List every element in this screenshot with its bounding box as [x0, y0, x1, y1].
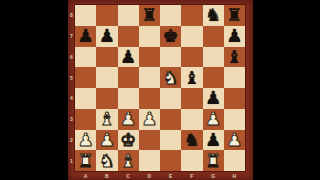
- white-knight: ♞: [163, 68, 179, 86]
- white-rook: ♜: [78, 151, 94, 169]
- rank-labels: 8 7 6 5 4 3 2 1: [68, 5, 75, 171]
- square-g3[interactable]: ♟: [203, 109, 224, 130]
- square-f7[interactable]: [181, 26, 202, 47]
- white-pawn: ♟: [205, 110, 221, 128]
- rank-label: 4: [68, 88, 75, 109]
- square-e8[interactable]: [160, 5, 181, 26]
- square-g1[interactable]: ♜: [203, 150, 224, 171]
- square-c3[interactable]: ♟: [118, 109, 139, 130]
- square-g5[interactable]: [203, 67, 224, 88]
- black-pawn: ♟: [78, 27, 94, 45]
- square-f6[interactable]: [181, 47, 202, 68]
- rank-label: 6: [68, 47, 75, 68]
- square-g8[interactable]: ♞: [203, 5, 224, 26]
- white-bishop: ♝: [99, 110, 115, 128]
- square-d4[interactable]: [139, 88, 160, 109]
- black-pawn: ♟: [205, 130, 221, 148]
- square-b3[interactable]: ♝: [96, 109, 117, 130]
- black-rook: ♜: [141, 6, 157, 24]
- square-f3[interactable]: [181, 109, 202, 130]
- square-f1[interactable]: [181, 150, 202, 171]
- rank-label: 3: [68, 109, 75, 130]
- rank-label: 8: [68, 5, 75, 26]
- rank-label: 5: [68, 67, 75, 88]
- file-label: C: [118, 171, 139, 180]
- file-label: E: [160, 171, 181, 180]
- white-pawn: ♟: [99, 130, 115, 148]
- square-f5[interactable]: ♝: [181, 67, 202, 88]
- square-h1[interactable]: [224, 150, 245, 171]
- square-h3[interactable]: [224, 109, 245, 130]
- square-g4[interactable]: ♟: [203, 88, 224, 109]
- square-a2[interactable]: ♟: [75, 130, 96, 151]
- rank-label: 1: [68, 150, 75, 171]
- square-c4[interactable]: [118, 88, 139, 109]
- square-b5[interactable]: [96, 67, 117, 88]
- square-h2[interactable]: ♟: [224, 130, 245, 151]
- square-d1[interactable]: [139, 150, 160, 171]
- black-pawn: ♟: [205, 89, 221, 107]
- square-c7[interactable]: [118, 26, 139, 47]
- square-f2[interactable]: ♞: [181, 130, 202, 151]
- square-a8[interactable]: [75, 5, 96, 26]
- square-f4[interactable]: [181, 88, 202, 109]
- square-f8[interactable]: [181, 5, 202, 26]
- square-h4[interactable]: [224, 88, 245, 109]
- white-bishop: ♝: [120, 151, 136, 169]
- white-pawn: ♟: [78, 130, 94, 148]
- square-d8[interactable]: ♜: [139, 5, 160, 26]
- square-a5[interactable]: [75, 67, 96, 88]
- black-knight: ♞: [184, 130, 200, 148]
- square-e4[interactable]: [160, 88, 181, 109]
- chess-screenshot: 8 7 6 5 4 3 2 1 ♜♞♜♟♟♚♟♟♝♞♝♟♝♟♟♟♟♟♚♞♟♟♜♞…: [0, 0, 320, 180]
- rank-label: 7: [68, 26, 75, 47]
- square-a1[interactable]: ♜: [75, 150, 96, 171]
- square-e1[interactable]: [160, 150, 181, 171]
- square-h7[interactable]: ♟: [224, 26, 245, 47]
- square-b2[interactable]: ♟: [96, 130, 117, 151]
- square-h5[interactable]: [224, 67, 245, 88]
- square-b1[interactable]: ♞: [96, 150, 117, 171]
- file-labels: A B C D E F G H: [75, 171, 245, 180]
- square-g7[interactable]: [203, 26, 224, 47]
- white-king: ♚: [120, 130, 136, 148]
- white-pawn: ♟: [120, 110, 136, 128]
- square-d6[interactable]: [139, 47, 160, 68]
- white-knight: ♞: [99, 151, 115, 169]
- file-label: H: [224, 171, 245, 180]
- square-b6[interactable]: [96, 47, 117, 68]
- black-king: ♚: [163, 27, 179, 45]
- file-label: F: [181, 171, 202, 180]
- square-a4[interactable]: [75, 88, 96, 109]
- square-d5[interactable]: [139, 67, 160, 88]
- square-b4[interactable]: [96, 88, 117, 109]
- white-pawn: ♟: [141, 110, 157, 128]
- file-label: G: [203, 171, 224, 180]
- square-e7[interactable]: ♚: [160, 26, 181, 47]
- white-pawn: ♟: [226, 130, 242, 148]
- square-a3[interactable]: [75, 109, 96, 130]
- square-c8[interactable]: [118, 5, 139, 26]
- black-knight: ♞: [205, 6, 221, 24]
- file-label: D: [139, 171, 160, 180]
- file-label: B: [96, 171, 117, 180]
- square-e6[interactable]: [160, 47, 181, 68]
- black-pawn: ♟: [120, 47, 136, 65]
- square-b8[interactable]: [96, 5, 117, 26]
- black-rook: ♜: [226, 6, 242, 24]
- square-c5[interactable]: [118, 67, 139, 88]
- square-a6[interactable]: [75, 47, 96, 68]
- rank-label: 2: [68, 130, 75, 151]
- square-e3[interactable]: [160, 109, 181, 130]
- black-bishop: ♝: [226, 47, 242, 65]
- square-g2[interactable]: ♟: [203, 130, 224, 151]
- square-b7[interactable]: ♟: [96, 26, 117, 47]
- white-rook: ♜: [205, 151, 221, 169]
- file-label: A: [75, 171, 96, 180]
- square-c1[interactable]: ♝: [118, 150, 139, 171]
- square-e2[interactable]: [160, 130, 181, 151]
- square-a7[interactable]: ♟: [75, 26, 96, 47]
- chessboard: ♜♞♜♟♟♚♟♟♝♞♝♟♝♟♟♟♟♟♚♞♟♟♜♞♝♜: [75, 5, 245, 171]
- black-pawn: ♟: [226, 27, 242, 45]
- square-d3[interactable]: ♟: [139, 109, 160, 130]
- black-pawn: ♟: [99, 27, 115, 45]
- square-h6[interactable]: ♝: [224, 47, 245, 68]
- black-bishop: ♝: [184, 68, 200, 86]
- square-c2[interactable]: ♚: [118, 130, 139, 151]
- square-e5[interactable]: ♞: [160, 67, 181, 88]
- square-d2[interactable]: [139, 130, 160, 151]
- square-h8[interactable]: ♜: [224, 5, 245, 26]
- square-g6[interactable]: [203, 47, 224, 68]
- square-c6[interactable]: ♟: [118, 47, 139, 68]
- square-d7[interactable]: [139, 26, 160, 47]
